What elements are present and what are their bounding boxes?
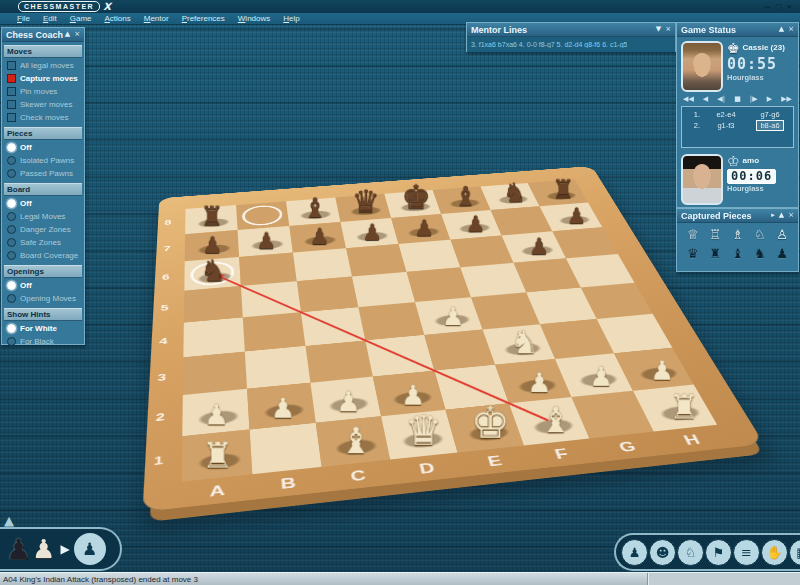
piece-tray: ♟ ♟ ▶ ♟ xyxy=(0,527,122,571)
menu-file[interactable]: File xyxy=(17,14,30,23)
window-controls: —□× xyxy=(763,3,794,11)
radio-icon xyxy=(7,156,16,165)
radio-icon xyxy=(7,238,16,247)
player-white-block: ♚ Cassie (23) 00:55 Hourglass xyxy=(677,37,798,94)
pawn-button-icon: ♟ xyxy=(629,546,641,559)
status-text: A04 King's Indian Attack (transposed) en… xyxy=(0,573,648,585)
move-row: 2.g1-f3b8-a6 xyxy=(682,120,793,131)
mentor-lines-panel: Mentor Lines ▼ × 3. f1xa6 b7xa6 4. 0-0 f… xyxy=(466,22,676,52)
coach-section-board: Board xyxy=(4,183,82,196)
coach-option-label: For White xyxy=(20,324,57,333)
board-setup-button[interactable]: ▦ xyxy=(789,539,800,566)
move-list-button[interactable]: ≡ xyxy=(733,539,760,566)
radio-icon xyxy=(7,337,16,346)
coach-option-label: Off xyxy=(20,281,32,290)
rolldown-icon[interactable]: ▼ xyxy=(656,23,661,36)
black-pawn-icon[interactable]: ♟ xyxy=(6,533,31,566)
move-white[interactable]: e2-e4 xyxy=(704,110,748,119)
captured-white-row: ♕♖♗♘♙ xyxy=(677,223,798,242)
coach-option-all-legal-moves[interactable]: All legal moves xyxy=(2,59,84,72)
vcr-controls: ◀◀◀◀|■|▶▶▶▶ xyxy=(677,94,798,104)
rollup-icon[interactable]: ▲ xyxy=(65,28,70,41)
coach-option-label: Safe Zones xyxy=(20,238,61,247)
coach-option-check-moves[interactable]: Check moves xyxy=(2,111,84,124)
coach-option-label: Danger Zones xyxy=(20,225,71,234)
game-status-header: Game Status ▲ × xyxy=(677,23,798,37)
logo-text: CHESSMASTER xyxy=(18,1,100,12)
move-list-button-icon: ≡ xyxy=(741,546,752,559)
captured-black-row: ♛♜♝♞♟ xyxy=(677,242,798,261)
vcr-button-5[interactable]: ▶ xyxy=(767,95,772,103)
status-secondary-segment xyxy=(648,573,800,585)
coach-option-label: Legal Moves xyxy=(20,212,65,221)
menu-edit[interactable]: Edit xyxy=(43,14,57,23)
captured-white-piece-icon: ♘ xyxy=(754,227,766,242)
vcr-button-3[interactable]: ■ xyxy=(734,95,741,103)
maximize-icon[interactable]: □ xyxy=(774,3,783,11)
close-icon[interactable]: × xyxy=(665,23,671,36)
stop-hand-button[interactable]: ✋ xyxy=(761,539,788,566)
players-button-icon: ☻ xyxy=(656,546,670,559)
vcr-button-1[interactable]: ◀ xyxy=(703,95,708,103)
radio-icon xyxy=(7,199,16,208)
radio-icon xyxy=(7,143,16,152)
captured-white-piece-icon: ♗ xyxy=(732,227,744,242)
resign-button-icon: ⚑ xyxy=(713,546,725,559)
player-black-photo xyxy=(681,154,723,205)
rollup-icon[interactable]: ▲ xyxy=(779,23,784,36)
resign-button[interactable]: ⚑ xyxy=(705,539,732,566)
close-icon[interactable]: × xyxy=(788,23,794,36)
player-black-name: amo xyxy=(743,157,759,166)
coach-option-label: For Black xyxy=(20,337,54,346)
player-black-clock: 00:06 xyxy=(727,169,776,184)
mentor-lines-header: Mentor Lines ▼ × xyxy=(467,23,675,37)
close-icon[interactable]: × xyxy=(788,209,794,222)
game-status-panel: Game Status ▲ × ♚ Cassie (23) 00:55 Hour… xyxy=(676,22,799,208)
close-icon[interactable]: × xyxy=(785,3,794,11)
coach-option-label: Isolated Pawns xyxy=(20,156,74,165)
board-shadow xyxy=(110,150,710,490)
player-white-photo xyxy=(681,41,723,92)
coach-option-for-black[interactable]: For Black xyxy=(2,335,84,348)
board-setup-button-icon: ▦ xyxy=(796,546,800,559)
status-bar: A04 King's Indian Attack (transposed) en… xyxy=(0,572,800,585)
checkbox-icon xyxy=(7,61,16,70)
pawn-button[interactable]: ♟ xyxy=(621,539,648,566)
captured-pieces-header: Captured Pieces ▸ ▲ × xyxy=(677,209,798,223)
coach-option-isolated-pawns[interactable]: Isolated Pawns xyxy=(2,154,84,167)
coach-option-label: Opening Moves xyxy=(20,294,76,303)
coach-option-label: Passed Pawns xyxy=(20,169,73,178)
menu-windows[interactable]: Windows xyxy=(238,14,270,23)
coach-section-moves: Moves xyxy=(4,45,82,58)
coach-section-show-hints: Show Hints xyxy=(4,308,82,321)
move-number: 2. xyxy=(682,121,704,130)
chess-coach-panel: Chess Coach ▲ × MovesAll legal movesCapt… xyxy=(1,27,85,345)
captured-white-piece-icon: ♙ xyxy=(776,227,788,242)
player-black-block: ♔ amo 00:06 Hourglass xyxy=(677,150,798,207)
radio-icon xyxy=(7,212,16,221)
menu-help[interactable]: Help xyxy=(283,14,299,23)
captured-black-piece-icon: ♛ xyxy=(687,246,699,261)
captured-pieces-panel: Captured Pieces ▸ ▲ × ♕♖♗♘♙ ♛♜♝♞♟ xyxy=(676,208,799,272)
checkbox-icon xyxy=(7,74,16,83)
coach-section-pieces: Pieces xyxy=(4,127,82,140)
menu-mentor[interactable]: Mentor xyxy=(144,14,169,23)
game-status-title: Game Status xyxy=(681,25,736,35)
coach-option-skewer-moves[interactable]: Skewer moves xyxy=(2,98,84,111)
checkbox-icon xyxy=(7,113,16,122)
radio-icon xyxy=(7,294,16,303)
coach-option-label: Off xyxy=(20,199,32,208)
mentor-line-text: 3. f1xa6 b7xa6 4. 0-0 f8-g7 5. d2-d4 g8-… xyxy=(471,41,627,48)
players-button[interactable]: ☻ xyxy=(649,539,676,566)
black-king-icon: ♔ xyxy=(727,154,740,168)
hint-button-icon: ♘ xyxy=(685,546,697,559)
coach-option-label: Board Coverage xyxy=(20,251,78,260)
menu-preferences[interactable]: Preferences xyxy=(182,14,225,23)
captured-pieces-title: Captured Pieces xyxy=(681,211,752,221)
coach-option-label: Capture moves xyxy=(20,74,78,83)
close-icon[interactable]: × xyxy=(74,28,80,41)
captured-black-piece-icon: ♞ xyxy=(754,246,766,261)
coach-option-label: All legal moves xyxy=(20,61,74,70)
move-row: 1.e2-e4g7-g6 xyxy=(682,109,793,120)
chess-coach-title: Chess Coach xyxy=(6,30,63,40)
mentor-lines-title: Mentor Lines xyxy=(471,25,527,35)
captured-black-piece-icon: ♟ xyxy=(776,246,788,261)
coach-option-passed-pawns[interactable]: Passed Pawns xyxy=(2,167,84,180)
player-white-mode: Hourglass xyxy=(727,74,785,82)
collapse-tray-button[interactable]: ▲ xyxy=(4,514,14,527)
coach-option-capture-moves[interactable]: Capture moves xyxy=(2,72,84,85)
coach-option-label: Skewer moves xyxy=(20,100,72,109)
title-bar: CHESSMASTER X —□× xyxy=(0,0,800,13)
player-black-mode: Hourglass xyxy=(727,185,776,193)
move-number: 1. xyxy=(682,110,704,119)
move-black[interactable]: g7-g6 xyxy=(748,110,792,119)
player-white-clock: 00:55 xyxy=(727,56,785,73)
vcr-button-2[interactable]: ◀| xyxy=(717,95,725,103)
coach-option-for-white[interactable]: For White xyxy=(2,322,84,335)
white-king-icon: ♚ xyxy=(727,41,740,55)
coach-option-off[interactable]: Off xyxy=(2,141,84,154)
coach-option-label: Pin moves xyxy=(20,87,57,96)
white-pawn-icon[interactable]: ♟ xyxy=(32,534,55,564)
menu-game[interactable]: Game xyxy=(70,14,92,23)
radio-icon xyxy=(7,281,16,290)
radio-icon xyxy=(7,225,16,234)
stop-hand-button-icon: ✋ xyxy=(766,546,782,559)
coach-option-label: Off xyxy=(20,143,32,152)
chessmaster-logo: CHESSMASTER X xyxy=(18,1,111,12)
rollup-icon[interactable]: ▲ xyxy=(779,209,784,222)
expand-arrow-icon[interactable]: ▶ xyxy=(60,542,69,556)
coach-option-label: Check moves xyxy=(20,113,68,122)
expand-icon[interactable]: ▸ xyxy=(771,209,775,222)
coach-option-legal-moves[interactable]: Legal Moves xyxy=(2,210,84,223)
move-list: 1.e2-e4g7-g62.g1-f3b8-a6 xyxy=(681,106,794,148)
captured-black-piece-icon: ♝ xyxy=(732,246,744,261)
vcr-button-4[interactable]: |▶ xyxy=(750,95,758,103)
radio-icon xyxy=(7,251,16,260)
toolbar-tray: ♟☻♘⚑≡✋▦ xyxy=(614,533,800,571)
captured-black-piece-icon: ♜ xyxy=(709,246,721,261)
coach-option-off[interactable]: Off xyxy=(2,279,84,292)
minimize-icon[interactable]: — xyxy=(763,3,772,11)
coach-option-safe-zones[interactable]: Safe Zones xyxy=(2,236,84,249)
hint-button[interactable]: ♘ xyxy=(677,539,704,566)
captured-white-piece-icon: ♕ xyxy=(687,227,699,242)
vcr-button-6[interactable]: ▶▶ xyxy=(781,95,792,103)
pawn-icon: ♟ xyxy=(82,539,97,559)
coach-option-board-coverage[interactable]: Board Coverage xyxy=(2,249,84,262)
chess-coach-header: Chess Coach ▲ × xyxy=(2,28,84,42)
radio-icon xyxy=(7,169,16,178)
coach-option-off[interactable]: Off xyxy=(2,197,84,210)
coach-option-danger-zones[interactable]: Danger Zones xyxy=(2,223,84,236)
captured-white-piece-icon: ♖ xyxy=(709,227,721,242)
move-white[interactable]: g1-f3 xyxy=(704,121,748,130)
coach-option-opening-moves[interactable]: Opening Moves xyxy=(2,292,84,305)
radio-icon xyxy=(7,324,16,333)
checkbox-icon xyxy=(7,87,16,96)
pawn-circle-button[interactable]: ♟ xyxy=(72,531,108,567)
move-black[interactable]: b8-a6 xyxy=(748,121,792,130)
coach-option-pin-moves[interactable]: Pin moves xyxy=(2,85,84,98)
player-white-name: Cassie (23) xyxy=(743,44,785,53)
menu-actions[interactable]: Actions xyxy=(105,14,131,23)
coach-section-openings: Openings xyxy=(4,265,82,278)
checkbox-icon xyxy=(7,100,16,109)
chessmaster-window: CHESSMASTER X —□× FileEditGameActionsMen… xyxy=(0,0,800,585)
logo-x: X xyxy=(103,1,111,12)
vcr-button-0[interactable]: ◀◀ xyxy=(683,95,694,103)
